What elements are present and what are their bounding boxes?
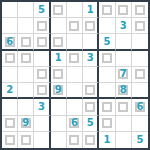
cell-r1c3[interactable]: 5	[34, 2, 50, 18]
cell-r5c6[interactable]	[83, 67, 99, 83]
cell-r6c7[interactable]	[99, 83, 115, 99]
cell-r1c1[interactable]	[2, 2, 18, 18]
big-digit-mark-square	[37, 69, 47, 79]
cell-r1c7[interactable]	[99, 2, 115, 18]
cell-r2c9[interactable]	[132, 18, 148, 34]
cell-r9c1[interactable]	[2, 132, 18, 148]
cell-r4c3[interactable]	[34, 51, 50, 67]
given-digit: 3	[120, 21, 127, 31]
cell-r8c4[interactable]	[51, 116, 67, 132]
cell-r9c7[interactable]: 1	[99, 132, 115, 148]
big-digit-mark-square	[85, 85, 95, 95]
given-digit: 1	[87, 5, 94, 15]
cell-r1c2[interactable]	[18, 2, 34, 18]
cell-r9c4[interactable]	[51, 132, 67, 148]
cell-r3c1[interactable]: 6	[2, 34, 18, 50]
cell-r4c2[interactable]	[18, 51, 34, 67]
big-digit-mark-square	[21, 53, 31, 63]
cell-r8c7[interactable]	[99, 116, 115, 132]
cell-r6c5[interactable]	[67, 83, 83, 99]
cell-r3c6[interactable]	[83, 34, 99, 50]
cell-r5c5[interactable]	[67, 67, 83, 83]
cell-r9c9[interactable]: 5	[132, 132, 148, 148]
cell-r6c8[interactable]: 8	[116, 83, 132, 99]
cell-r8c6[interactable]: 5	[83, 116, 99, 132]
cell-r2c2[interactable]	[18, 18, 34, 34]
cell-r9c6[interactable]	[83, 132, 99, 148]
cell-r9c2[interactable]	[18, 132, 34, 148]
cell-r5c7[interactable]	[99, 67, 115, 83]
cell-r2c1[interactable]	[2, 18, 18, 34]
big-digit-mark-square	[102, 102, 112, 112]
cell-r8c9[interactable]	[132, 116, 148, 132]
cell-r1c5[interactable]	[67, 2, 83, 18]
big-digit-mark-square	[5, 135, 15, 145]
big-digit-mark-square	[37, 85, 47, 95]
cell-r7c2[interactable]	[18, 99, 34, 115]
given-digit: 5	[87, 118, 94, 128]
cell-r3c9[interactable]	[132, 34, 148, 50]
big-digit-mark-square	[102, 118, 112, 128]
cell-r9c8[interactable]	[116, 132, 132, 148]
cell-r8c8[interactable]	[116, 116, 132, 132]
sudoku-board: 513651372983696515	[0, 0, 150, 150]
big-digit-mark-square	[69, 53, 79, 63]
given-digit: 9	[22, 118, 29, 128]
big-digit-mark-square	[85, 135, 95, 145]
big-digit-mark-square	[53, 37, 63, 47]
cell-r3c3[interactable]	[34, 34, 50, 50]
big-digit-mark-square	[53, 69, 63, 79]
cell-r9c3[interactable]	[34, 132, 50, 148]
big-digit-mark-square	[37, 37, 47, 47]
given-digit: 8	[120, 85, 127, 95]
cell-r6c6[interactable]	[83, 83, 99, 99]
cell-r2c5[interactable]	[67, 18, 83, 34]
cell-r4c5[interactable]	[67, 51, 83, 67]
big-digit-mark-square	[118, 5, 128, 15]
big-digit-mark-square	[118, 102, 128, 112]
given-digit: 6	[6, 37, 13, 47]
cell-r6c1[interactable]: 2	[2, 83, 18, 99]
given-digit: 1	[103, 135, 110, 145]
cell-r4c4[interactable]: 1	[51, 51, 67, 67]
cell-r5c9[interactable]	[132, 67, 148, 83]
cell-r3c7[interactable]: 5	[99, 34, 115, 50]
given-digit: 3	[87, 53, 94, 63]
cell-r2c6[interactable]	[83, 18, 99, 34]
cell-r3c5[interactable]	[67, 34, 83, 50]
cell-r5c1[interactable]	[2, 67, 18, 83]
cell-r2c7[interactable]	[99, 18, 115, 34]
cell-r7c4[interactable]	[51, 99, 67, 115]
cell-r7c1[interactable]	[2, 99, 18, 115]
big-digit-mark-square	[21, 37, 31, 47]
given-digit: 6	[71, 118, 78, 128]
cell-r1c6[interactable]: 1	[83, 2, 99, 18]
big-digit-mark-square	[85, 21, 95, 31]
cell-r8c3[interactable]	[34, 116, 50, 132]
cell-r7c8[interactable]	[116, 99, 132, 115]
big-digit-mark-square	[37, 21, 47, 31]
cell-r7c7[interactable]	[99, 99, 115, 115]
big-digit-mark-square	[53, 5, 63, 15]
cell-r8c2[interactable]: 9	[18, 116, 34, 132]
cell-r9c5[interactable]	[67, 132, 83, 148]
given-digit: 1	[55, 53, 62, 63]
big-digit-mark-square	[135, 21, 145, 31]
cell-r5c8[interactable]: 7	[116, 67, 132, 83]
big-digit-mark-square	[21, 135, 31, 145]
cell-r2c4[interactable]	[51, 18, 67, 34]
big-digit-mark-square	[5, 53, 15, 63]
given-digit: 3	[38, 102, 45, 112]
big-digit-mark-square	[69, 21, 79, 31]
given-digit: 7	[120, 69, 127, 79]
given-digit: 2	[6, 85, 13, 95]
cell-r3c4[interactable]	[51, 34, 67, 50]
big-digit-mark-square	[102, 5, 112, 15]
big-digit-mark-square	[135, 5, 145, 15]
cell-r4c8[interactable]	[116, 51, 132, 67]
cell-r1c4[interactable]	[51, 2, 67, 18]
given-digit: 9	[55, 85, 62, 95]
cell-r4c7[interactable]	[99, 51, 115, 67]
cell-r4c1[interactable]	[2, 51, 18, 67]
given-digit: 5	[103, 37, 110, 47]
cell-r7c3[interactable]: 3	[34, 99, 50, 115]
cell-r5c3[interactable]	[34, 67, 50, 83]
cell-r5c2[interactable]	[18, 67, 34, 83]
cell-r4c9[interactable]	[132, 51, 148, 67]
cell-r3c8[interactable]	[116, 34, 132, 50]
given-digit: 5	[136, 135, 143, 145]
given-digit: 6	[136, 102, 143, 112]
cell-r7c9[interactable]: 6	[132, 99, 148, 115]
cell-r2c3[interactable]	[34, 18, 50, 34]
cell-r4c6[interactable]: 3	[83, 51, 99, 67]
cell-r6c4[interactable]: 9	[51, 83, 67, 99]
big-digit-mark-square	[135, 69, 145, 79]
cell-r8c5[interactable]: 6	[67, 116, 83, 132]
big-digit-mark-square	[85, 102, 95, 112]
big-digit-mark-square	[102, 53, 112, 63]
cell-r7c5[interactable]	[67, 99, 83, 115]
given-digit: 5	[38, 5, 45, 15]
cell-r8c1[interactable]	[2, 116, 18, 132]
cell-r3c2[interactable]	[18, 34, 34, 50]
cell-r6c2[interactable]	[18, 83, 34, 99]
cell-r7c6[interactable]	[83, 99, 99, 115]
cell-r6c9[interactable]	[132, 83, 148, 99]
cell-r1c8[interactable]	[116, 2, 132, 18]
cell-r5c4[interactable]	[51, 67, 67, 83]
cell-r6c3[interactable]	[34, 83, 50, 99]
cell-r1c9[interactable]	[132, 2, 148, 18]
big-digit-mark-square	[5, 118, 15, 128]
cell-r2c8[interactable]: 3	[116, 18, 132, 34]
big-digit-mark-square	[69, 135, 79, 145]
